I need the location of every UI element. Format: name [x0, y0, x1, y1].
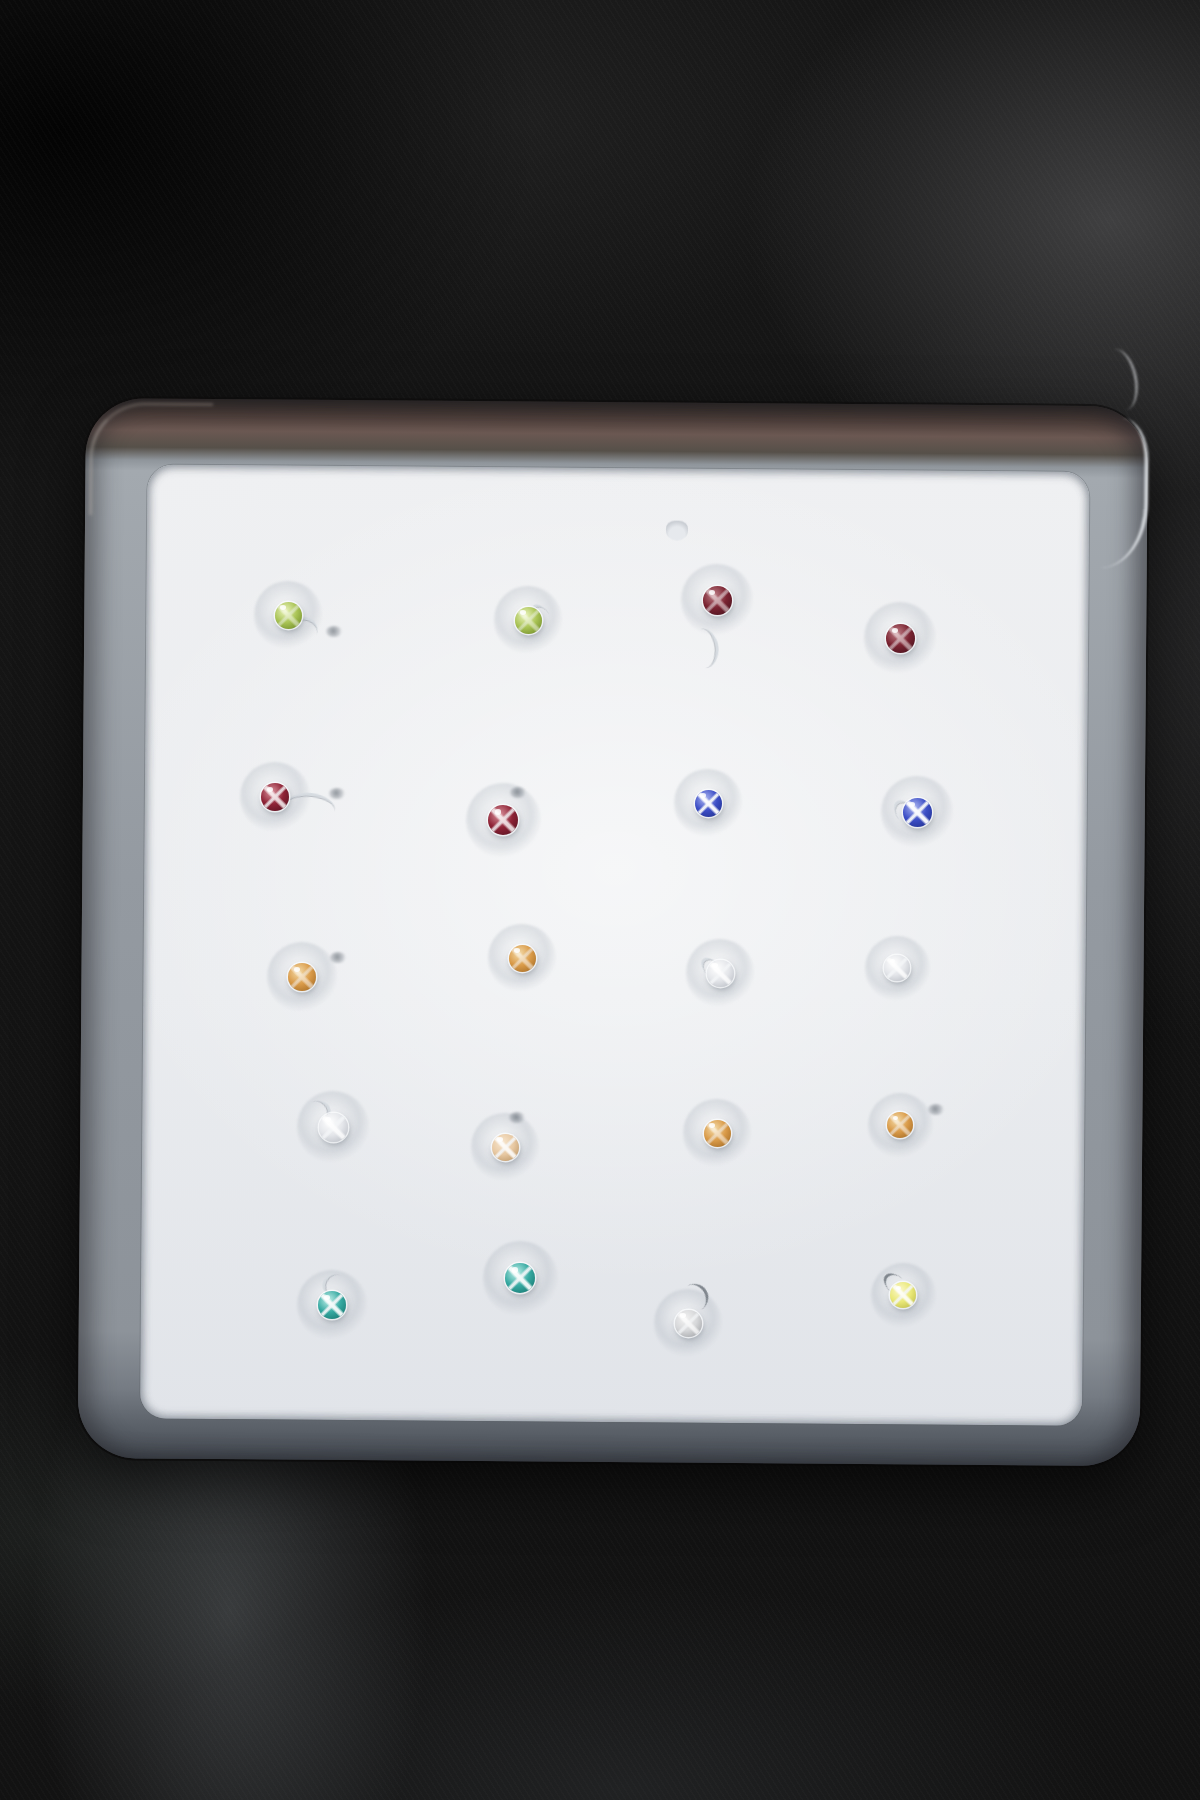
stud-10-topaz — [509, 945, 536, 972]
stud-16-topaz — [887, 1112, 913, 1138]
stud-20-jonquil — [890, 1282, 916, 1308]
stud-3-garnet — [703, 586, 732, 615]
stud-11-crystal — [707, 960, 734, 987]
stud-8-sapphire — [903, 798, 932, 827]
studs-layer — [0, 0, 1200, 1800]
stud-12-crystal — [884, 955, 910, 981]
stud-9-topaz — [288, 963, 316, 991]
pin-hole — [329, 788, 345, 799]
pin-hole — [510, 787, 526, 798]
stud-18-aquamarine — [505, 1263, 535, 1293]
stud-13-crystal — [319, 1113, 348, 1142]
pin-hole — [330, 952, 346, 963]
stud-19-crystal2 — [675, 1310, 702, 1337]
stud-1-peridot — [275, 602, 302, 629]
stud-14-champagne — [492, 1134, 519, 1161]
stud-17-aquamarine — [318, 1291, 346, 1319]
stud-7-sapphire — [695, 790, 722, 817]
pin-hole — [928, 1104, 944, 1115]
scene — [0, 0, 1200, 1800]
stud-6-ruby — [488, 805, 518, 835]
pin-hole — [509, 1112, 525, 1123]
stud-2-peridot — [515, 607, 542, 634]
stud-5-ruby — [261, 783, 289, 811]
pin-hole — [326, 626, 342, 637]
stud-15-topaz — [704, 1120, 731, 1147]
stud-4-garnet — [886, 624, 915, 653]
